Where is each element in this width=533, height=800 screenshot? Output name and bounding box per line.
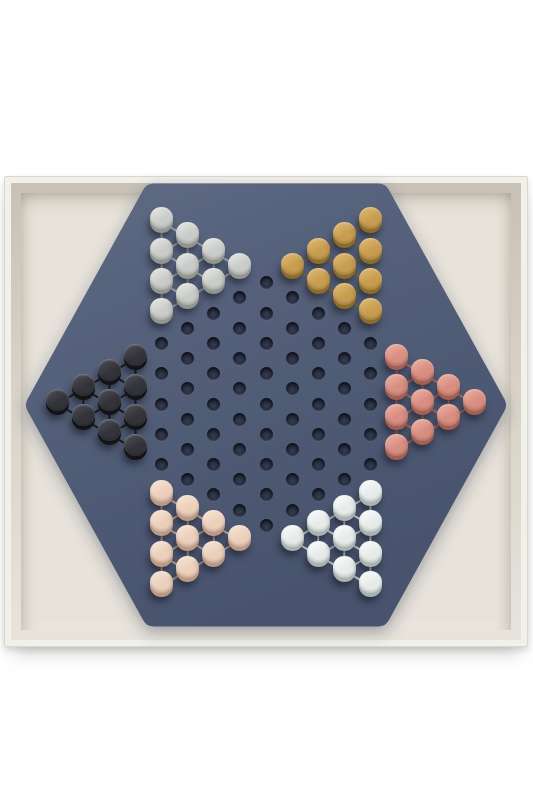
peg-grey[interactable]: [176, 222, 199, 248]
hole-empty[interactable]: [207, 488, 220, 501]
peg-grey[interactable]: [150, 238, 173, 264]
hole-empty[interactable]: [155, 337, 168, 350]
peg-top: [150, 571, 173, 593]
peg-grey[interactable]: [176, 283, 199, 309]
peg-top: [281, 525, 304, 547]
peg-gold[interactable]: [307, 268, 330, 294]
peg-black[interactable]: [124, 344, 147, 370]
peg-top: [333, 253, 356, 275]
hole-empty[interactable]: [155, 398, 168, 411]
hole-empty[interactable]: [364, 337, 377, 350]
peg-white[interactable]: [359, 541, 382, 567]
peg-top: [333, 283, 356, 305]
hole-empty[interactable]: [338, 382, 351, 395]
peg-top: [359, 268, 382, 290]
hole-empty[interactable]: [338, 443, 351, 456]
hole-empty[interactable]: [364, 428, 377, 441]
hole-empty[interactable]: [155, 428, 168, 441]
peg-top: [307, 510, 330, 532]
pieces-layer: [0, 0, 533, 800]
peg-coral[interactable]: [411, 419, 434, 445]
peg-coral[interactable]: [385, 374, 408, 400]
peg-top: [359, 510, 382, 532]
hole-empty[interactable]: [260, 398, 273, 411]
peg-white[interactable]: [281, 525, 304, 551]
peg-gold[interactable]: [333, 253, 356, 279]
peg-top: [333, 495, 356, 517]
peg-gold[interactable]: [307, 238, 330, 264]
peg-coral[interactable]: [385, 344, 408, 370]
peg-top: [307, 541, 330, 563]
hole-empty[interactable]: [286, 291, 299, 304]
peg-pink[interactable]: [150, 541, 173, 567]
hole-empty[interactable]: [207, 367, 220, 380]
peg-top: [176, 253, 199, 275]
peg-top: [359, 238, 382, 260]
peg-black[interactable]: [46, 389, 69, 415]
peg-top: [385, 344, 408, 366]
hole-empty[interactable]: [260, 488, 273, 501]
peg-black[interactable]: [124, 374, 147, 400]
hole-empty[interactable]: [233, 322, 246, 335]
hole-empty[interactable]: [286, 322, 299, 335]
hole-empty[interactable]: [181, 473, 194, 486]
peg-top: [333, 556, 356, 578]
hole-empty[interactable]: [207, 428, 220, 441]
peg-top: [359, 571, 382, 593]
peg-top: [333, 222, 356, 244]
peg-pink[interactable]: [176, 525, 199, 551]
peg-top: [333, 525, 356, 547]
hole-empty[interactable]: [312, 488, 325, 501]
hole-empty[interactable]: [207, 398, 220, 411]
peg-coral[interactable]: [437, 374, 460, 400]
peg-grey[interactable]: [202, 238, 225, 264]
hole-empty[interactable]: [260, 519, 273, 532]
hole-empty[interactable]: [181, 322, 194, 335]
hole-empty[interactable]: [260, 307, 273, 320]
hole-empty[interactable]: [233, 473, 246, 486]
peg-top: [307, 268, 330, 290]
hole-empty[interactable]: [312, 367, 325, 380]
hole-empty[interactable]: [233, 382, 246, 395]
peg-gold[interactable]: [333, 222, 356, 248]
peg-grey[interactable]: [176, 253, 199, 279]
peg-top: [202, 238, 225, 260]
peg-coral[interactable]: [411, 359, 434, 385]
peg-top: [359, 298, 382, 320]
peg-black[interactable]: [98, 359, 121, 385]
peg-grey[interactable]: [150, 207, 173, 233]
peg-top: [176, 283, 199, 305]
peg-top: [124, 374, 147, 396]
peg-top: [385, 404, 408, 426]
hole-empty[interactable]: [155, 367, 168, 380]
peg-gold[interactable]: [333, 283, 356, 309]
peg-top: [124, 344, 147, 366]
peg-gold[interactable]: [281, 253, 304, 279]
peg-black[interactable]: [72, 374, 95, 400]
hole-empty[interactable]: [312, 398, 325, 411]
hole-empty[interactable]: [181, 413, 194, 426]
hole-empty[interactable]: [286, 352, 299, 365]
peg-top: [359, 207, 382, 229]
hole-empty[interactable]: [364, 367, 377, 380]
peg-top: [411, 389, 434, 411]
peg-white[interactable]: [307, 510, 330, 536]
peg-gold[interactable]: [359, 268, 382, 294]
hole-empty[interactable]: [260, 367, 273, 380]
hole-empty[interactable]: [207, 337, 220, 350]
hole-empty[interactable]: [364, 398, 377, 411]
peg-top: [124, 404, 147, 426]
hole-empty[interactable]: [207, 307, 220, 320]
hole-empty[interactable]: [338, 322, 351, 335]
hole-empty[interactable]: [233, 443, 246, 456]
peg-black[interactable]: [72, 404, 95, 430]
peg-top: [307, 238, 330, 260]
hole-empty[interactable]: [233, 291, 246, 304]
peg-pink[interactable]: [228, 525, 251, 551]
hole-empty[interactable]: [286, 473, 299, 486]
peg-top: [202, 268, 225, 290]
hole-empty[interactable]: [233, 504, 246, 517]
peg-pink[interactable]: [150, 571, 173, 597]
chinese-checkers-photo: [0, 0, 533, 800]
peg-white[interactable]: [359, 571, 382, 597]
peg-top: [202, 541, 225, 563]
hole-empty[interactable]: [338, 413, 351, 426]
hole-empty[interactable]: [260, 458, 273, 471]
peg-pink[interactable]: [176, 495, 199, 521]
peg-top: [385, 374, 408, 396]
peg-top: [150, 480, 173, 502]
peg-top: [150, 238, 173, 260]
peg-top: [437, 374, 460, 396]
hole-empty[interactable]: [338, 473, 351, 486]
peg-white[interactable]: [359, 510, 382, 536]
peg-grey[interactable]: [150, 268, 173, 294]
peg-top: [228, 253, 251, 275]
hole-empty[interactable]: [364, 458, 377, 471]
peg-white[interactable]: [333, 556, 356, 582]
peg-top: [359, 480, 382, 502]
hole-empty[interactable]: [312, 428, 325, 441]
peg-white[interactable]: [333, 525, 356, 551]
hole-empty[interactable]: [286, 443, 299, 456]
peg-pink[interactable]: [150, 510, 173, 536]
peg-pink[interactable]: [150, 480, 173, 506]
peg-black[interactable]: [98, 389, 121, 415]
hole-empty[interactable]: [233, 413, 246, 426]
hole-empty[interactable]: [181, 352, 194, 365]
peg-gold[interactable]: [359, 298, 382, 324]
peg-top: [98, 359, 121, 381]
peg-pink[interactable]: [202, 510, 225, 536]
peg-black[interactable]: [124, 404, 147, 430]
hole-empty[interactable]: [207, 458, 220, 471]
peg-black[interactable]: [98, 419, 121, 445]
hole-empty[interactable]: [286, 382, 299, 395]
peg-grey[interactable]: [202, 268, 225, 294]
hole-empty[interactable]: [312, 307, 325, 320]
hole-empty[interactable]: [181, 443, 194, 456]
hole-empty[interactable]: [233, 352, 246, 365]
peg-coral[interactable]: [411, 389, 434, 415]
peg-top: [98, 389, 121, 411]
hole-empty[interactable]: [286, 504, 299, 517]
peg-coral[interactable]: [385, 404, 408, 430]
peg-top: [150, 268, 173, 290]
hole-empty[interactable]: [181, 382, 194, 395]
hole-empty[interactable]: [260, 428, 273, 441]
hole-empty[interactable]: [155, 458, 168, 471]
peg-white[interactable]: [333, 495, 356, 521]
peg-top: [281, 253, 304, 275]
peg-top: [150, 541, 173, 563]
peg-top: [72, 374, 95, 396]
peg-top: [176, 556, 199, 578]
peg-coral[interactable]: [437, 404, 460, 430]
peg-top: [411, 359, 434, 381]
peg-white[interactable]: [359, 480, 382, 506]
peg-white[interactable]: [307, 541, 330, 567]
peg-top: [72, 404, 95, 426]
peg-pink[interactable]: [202, 541, 225, 567]
hole-empty[interactable]: [312, 337, 325, 350]
peg-top: [359, 541, 382, 563]
hole-empty[interactable]: [312, 458, 325, 471]
peg-black[interactable]: [124, 434, 147, 460]
peg-gold[interactable]: [359, 238, 382, 264]
hole-empty[interactable]: [286, 413, 299, 426]
peg-coral[interactable]: [385, 434, 408, 460]
hole-empty[interactable]: [338, 352, 351, 365]
peg-pink[interactable]: [176, 556, 199, 582]
hole-empty[interactable]: [260, 276, 273, 289]
peg-top: [46, 389, 69, 411]
peg-grey[interactable]: [150, 298, 173, 324]
hole-empty[interactable]: [260, 337, 273, 350]
peg-gold[interactable]: [359, 207, 382, 233]
peg-grey[interactable]: [228, 253, 251, 279]
peg-coral[interactable]: [463, 389, 486, 415]
